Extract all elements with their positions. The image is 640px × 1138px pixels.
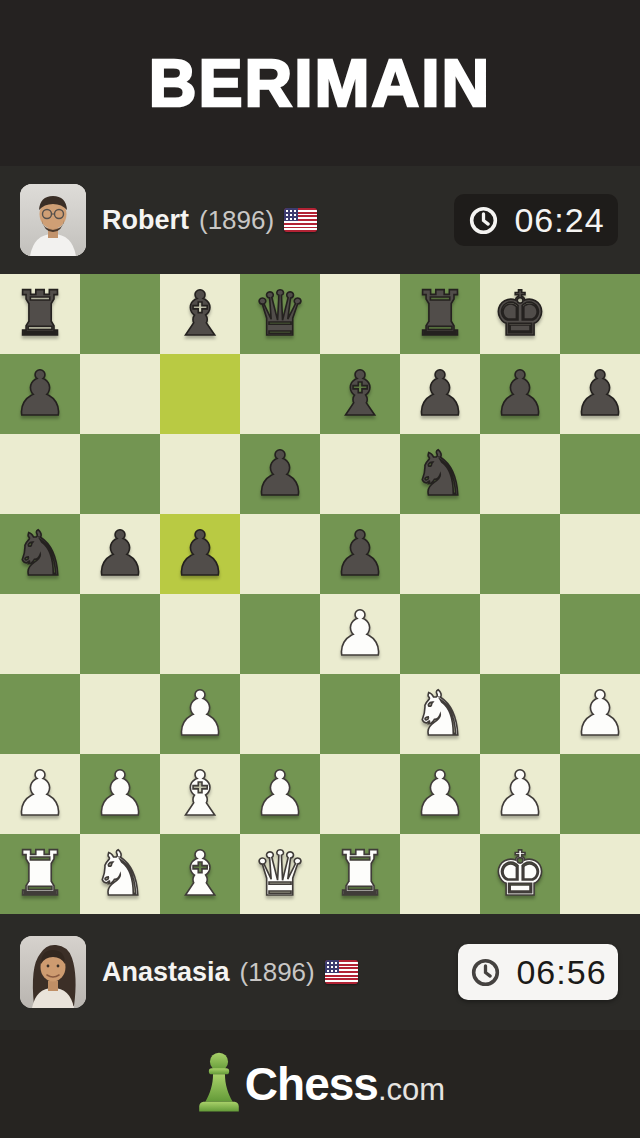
square-c6[interactable] xyxy=(160,434,240,514)
black-pawn: ♟ xyxy=(320,514,400,594)
square-f7[interactable]: ♟ xyxy=(400,354,480,434)
square-g8[interactable]: ♚ xyxy=(480,274,560,354)
square-d1[interactable]: ♛ xyxy=(240,834,320,914)
square-h8[interactable] xyxy=(560,274,640,354)
square-h3[interactable]: ♟ xyxy=(560,674,640,754)
player-name: Anastasia xyxy=(102,957,230,988)
square-a6[interactable] xyxy=(0,434,80,514)
chesscom-logo: Chess .com xyxy=(195,1055,445,1113)
opponent-clock: 06:24 xyxy=(454,194,618,246)
white-pawn: ♟ xyxy=(80,754,160,834)
square-e4[interactable]: ♟ xyxy=(320,594,400,674)
square-h4[interactable] xyxy=(560,594,640,674)
player-info: Anastasia (1896) xyxy=(102,957,442,988)
player-time: 06:56 xyxy=(516,953,606,992)
square-c1[interactable]: ♝ xyxy=(160,834,240,914)
white-pawn: ♟ xyxy=(560,674,640,754)
square-g4[interactable] xyxy=(480,594,560,674)
square-e8[interactable] xyxy=(320,274,400,354)
black-queen: ♛ xyxy=(240,274,320,354)
square-f2[interactable]: ♟ xyxy=(400,754,480,834)
player-clock: 06:56 xyxy=(458,944,618,1000)
white-knight: ♞ xyxy=(80,834,160,914)
square-d7[interactable] xyxy=(240,354,320,434)
clock-icon xyxy=(469,956,502,989)
black-pawn: ♟ xyxy=(80,514,160,594)
square-g2[interactable]: ♟ xyxy=(480,754,560,834)
square-g5[interactable] xyxy=(480,514,560,594)
opponent-name: Robert xyxy=(102,205,189,236)
square-e1[interactable]: ♜ xyxy=(320,834,400,914)
square-g1[interactable]: ♚ xyxy=(480,834,560,914)
square-e7[interactable]: ♝ xyxy=(320,354,400,434)
square-b3[interactable] xyxy=(80,674,160,754)
square-f6[interactable]: ♞ xyxy=(400,434,480,514)
square-c7[interactable] xyxy=(160,354,240,434)
page-title: BERIMAIN xyxy=(149,45,491,121)
square-b5[interactable]: ♟ xyxy=(80,514,160,594)
black-pawn: ♟ xyxy=(160,514,240,594)
app-screen: BERIMAIN Robert (1896) xyxy=(0,0,640,1138)
square-b7[interactable] xyxy=(80,354,160,434)
square-h6[interactable] xyxy=(560,434,640,514)
white-pawn: ♟ xyxy=(240,754,320,834)
white-pawn: ♟ xyxy=(0,754,80,834)
black-king: ♚ xyxy=(480,274,560,354)
square-e6[interactable] xyxy=(320,434,400,514)
white-rook: ♜ xyxy=(0,834,80,914)
square-f3[interactable]: ♞ xyxy=(400,674,480,754)
white-bishop: ♝ xyxy=(160,754,240,834)
square-f4[interactable] xyxy=(400,594,480,674)
header: BERIMAIN xyxy=(0,0,640,166)
square-d2[interactable]: ♟ xyxy=(240,754,320,834)
white-king: ♚ xyxy=(480,834,560,914)
green-pawn-icon xyxy=(195,1051,243,1113)
square-a8[interactable]: ♜ xyxy=(0,274,80,354)
opponent-avatar-image xyxy=(20,184,86,256)
square-e5[interactable]: ♟ xyxy=(320,514,400,594)
square-a4[interactable] xyxy=(0,594,80,674)
square-b8[interactable] xyxy=(80,274,160,354)
us-flag-icon xyxy=(325,960,358,984)
black-knight: ♞ xyxy=(400,434,480,514)
black-knight: ♞ xyxy=(0,514,80,594)
square-b6[interactable] xyxy=(80,434,160,514)
square-c2[interactable]: ♝ xyxy=(160,754,240,834)
square-f1[interactable] xyxy=(400,834,480,914)
black-pawn: ♟ xyxy=(240,434,320,514)
square-g3[interactable] xyxy=(480,674,560,754)
square-d5[interactable] xyxy=(240,514,320,594)
square-b4[interactable] xyxy=(80,594,160,674)
black-rook: ♜ xyxy=(400,274,480,354)
square-g6[interactable] xyxy=(480,434,560,514)
white-knight: ♞ xyxy=(400,674,480,754)
opponent-time: 06:24 xyxy=(514,201,604,240)
square-a2[interactable]: ♟ xyxy=(0,754,80,834)
opponent-bar: Robert (1896) 06:24 xyxy=(0,166,640,274)
square-c5[interactable]: ♟ xyxy=(160,514,240,594)
square-b1[interactable]: ♞ xyxy=(80,834,160,914)
opponent-info: Robert (1896) xyxy=(102,205,438,236)
square-c8[interactable]: ♝ xyxy=(160,274,240,354)
square-f8[interactable]: ♜ xyxy=(400,274,480,354)
white-queen: ♛ xyxy=(240,834,320,914)
chess-board: ♜♝♛♜♚♟♝♟♟♟♟♞♞♟♟♟♟♟♞♟♟♟♝♟♟♟♜♞♝♛♜♚ xyxy=(0,274,640,914)
white-rook: ♜ xyxy=(320,834,400,914)
square-e2[interactable] xyxy=(320,754,400,834)
black-bishop: ♝ xyxy=(160,274,240,354)
us-flag-icon xyxy=(284,208,317,232)
clock-icon xyxy=(467,204,500,237)
white-pawn: ♟ xyxy=(400,754,480,834)
black-pawn: ♟ xyxy=(0,354,80,434)
black-bishop: ♝ xyxy=(320,354,400,434)
square-f5[interactable] xyxy=(400,514,480,594)
square-b2[interactable]: ♟ xyxy=(80,754,160,834)
black-rook: ♜ xyxy=(0,274,80,354)
white-pawn: ♟ xyxy=(480,754,560,834)
square-a5[interactable]: ♞ xyxy=(0,514,80,594)
player-rating: (1896) xyxy=(240,957,315,988)
opponent-avatar[interactable] xyxy=(20,184,86,256)
player-avatar-image xyxy=(20,936,86,1008)
square-h2[interactable] xyxy=(560,754,640,834)
square-d4[interactable] xyxy=(240,594,320,674)
white-pawn: ♟ xyxy=(160,674,240,754)
square-d3[interactable] xyxy=(240,674,320,754)
black-pawn: ♟ xyxy=(480,354,560,434)
brand-chess: Chess xyxy=(245,1057,378,1111)
square-c3[interactable]: ♟ xyxy=(160,674,240,754)
footer: Chess .com xyxy=(0,1030,640,1138)
square-g7[interactable]: ♟ xyxy=(480,354,560,434)
black-pawn: ♟ xyxy=(400,354,480,434)
white-bishop: ♝ xyxy=(160,834,240,914)
square-a7[interactable]: ♟ xyxy=(0,354,80,434)
white-pawn: ♟ xyxy=(320,594,400,674)
square-a1[interactable]: ♜ xyxy=(0,834,80,914)
black-pawn: ♟ xyxy=(560,354,640,434)
opponent-rating: (1896) xyxy=(199,205,274,236)
square-h1[interactable] xyxy=(560,834,640,914)
player-avatar[interactable] xyxy=(20,936,86,1008)
square-d8[interactable]: ♛ xyxy=(240,274,320,354)
square-h7[interactable]: ♟ xyxy=(560,354,640,434)
square-e3[interactable] xyxy=(320,674,400,754)
brand-tld: .com xyxy=(378,1072,445,1108)
square-h5[interactable] xyxy=(560,514,640,594)
square-c4[interactable] xyxy=(160,594,240,674)
player-bar: Anastasia (1896) 06:56 xyxy=(0,914,640,1030)
square-a3[interactable] xyxy=(0,674,80,754)
square-d6[interactable]: ♟ xyxy=(240,434,320,514)
